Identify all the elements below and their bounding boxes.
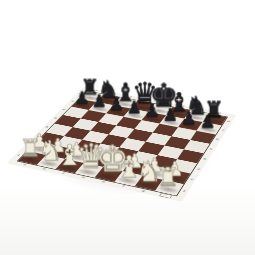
coord-label: 8 (227, 120, 231, 122)
coord-label: g (141, 190, 146, 193)
black-pawn-c7: ♟ (107, 96, 126, 113)
coord-label: 4 (203, 158, 207, 161)
white-knight-b1: ♞ (38, 137, 59, 164)
chess-board: ♜♞♝♛♚♝♞♜♟♟♟♟♟♟♟♟♟♟♟♟♟♟♟♟♜♞♝♛♚♝♞♜ (17, 91, 228, 196)
product-photo: abcdefgh abcdefgh 87654321 87654321 ♜♞♝♛… (0, 0, 255, 255)
coord-label: d (81, 176, 86, 179)
coord-label: c (61, 172, 65, 175)
square-g6 (171, 127, 196, 140)
coord-label: 5 (209, 148, 213, 151)
coord-label: b (41, 168, 46, 171)
black-pawn-d7: ♟ (125, 99, 144, 116)
square-f6 (153, 124, 178, 136)
white-bishop-c1: ♝ (57, 140, 78, 169)
white-queen-d1: ♛ (76, 140, 97, 173)
coord-label: 7 (221, 129, 225, 132)
black-pawn-e7: ♟ (142, 103, 161, 120)
white-rook-a1: ♜ (19, 136, 40, 160)
black-pawn-g7: ♟ (179, 109, 199, 127)
coord-label: 2 (189, 179, 194, 182)
coord-label: e (101, 181, 106, 184)
scene: abcdefgh abcdefgh 87654321 87654321 ♜♞♝♛… (0, 0, 255, 255)
black-pawn-h7: ♟ (198, 113, 218, 131)
chess-board-sheet: abcdefgh abcdefgh 87654321 87654321 ♜♞♝♛… (7, 87, 237, 202)
white-king-e1: ♚ (96, 141, 118, 178)
white-bishop-f1: ♝ (116, 152, 138, 181)
coord-label: 1 (182, 190, 187, 193)
black-pawn-f7: ♟ (161, 106, 180, 123)
coord-label: a (22, 164, 27, 167)
white-knight-g1: ♞ (136, 157, 158, 185)
black-pawn-b7: ♟ (90, 93, 109, 110)
coord-label: 3 (196, 168, 200, 171)
black-pawn-a7: ♟ (73, 90, 92, 107)
white-rook-h1: ♜ (156, 165, 178, 190)
coord-label: f (121, 185, 124, 188)
coord-label: 6 (215, 138, 219, 141)
